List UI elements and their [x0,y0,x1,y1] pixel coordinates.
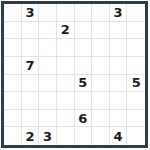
cell-r4c4[interactable] [57,57,75,75]
puzzle-board: 3327556234 [1,1,148,148]
cell-r1c4[interactable] [57,4,75,22]
cell-r5c7[interactable] [110,75,128,93]
cell-r1c7[interactable]: 3 [110,4,128,22]
clue-r1c2: 3 [25,6,34,19]
cell-r2c5[interactable] [75,22,93,40]
cell-r2c6[interactable] [92,22,110,40]
cell-r6c8[interactable] [127,92,145,110]
cell-r6c3[interactable] [39,92,57,110]
cell-r3c7[interactable] [110,39,128,57]
cell-r4c2[interactable]: 7 [22,57,40,75]
cell-r3c5[interactable] [75,39,93,57]
clue-r1c7: 3 [114,6,123,19]
cell-r4c3[interactable] [39,57,57,75]
cell-r8c4[interactable] [57,127,75,145]
cell-r8c3[interactable]: 3 [39,127,57,145]
cell-r5c8[interactable]: 5 [127,75,145,93]
cell-r4c5[interactable] [75,57,93,75]
cell-r7c6[interactable] [92,110,110,128]
cell-r5c6[interactable] [92,75,110,93]
cell-r3c1[interactable] [4,39,22,57]
cell-r5c4[interactable] [57,75,75,93]
clue-r2c4: 2 [61,23,70,36]
cell-r2c1[interactable] [4,22,22,40]
cell-r8c8[interactable] [127,127,145,145]
clue-r8c2: 2 [25,130,34,143]
cell-r4c1[interactable] [4,57,22,75]
cell-r2c8[interactable] [127,22,145,40]
cell-r1c8[interactable] [127,4,145,22]
cell-r8c6[interactable] [92,127,110,145]
cell-r6c7[interactable] [110,92,128,110]
clue-r5c5: 5 [78,76,87,89]
cell-r1c1[interactable] [4,4,22,22]
cell-r5c5[interactable]: 5 [75,75,93,93]
cell-r4c6[interactable] [92,57,110,75]
cell-r5c1[interactable] [4,75,22,93]
cell-r8c5[interactable] [75,127,93,145]
cell-r8c7[interactable]: 4 [110,127,128,145]
cell-r4c7[interactable] [110,57,128,75]
cell-r7c4[interactable] [57,110,75,128]
cell-r3c6[interactable] [92,39,110,57]
cell-r7c8[interactable] [127,110,145,128]
cell-r1c6[interactable] [92,4,110,22]
cell-r7c1[interactable] [4,110,22,128]
cell-r6c2[interactable] [22,92,40,110]
cell-r6c5[interactable] [75,92,93,110]
cell-r3c4[interactable] [57,39,75,57]
cell-r2c3[interactable] [39,22,57,40]
cell-r2c7[interactable] [110,22,128,40]
clue-r4c2: 7 [25,59,34,72]
cell-r8c1[interactable] [4,127,22,145]
cell-r6c1[interactable] [4,92,22,110]
cell-r1c2[interactable]: 3 [22,4,40,22]
cell-r5c3[interactable] [39,75,57,93]
cell-r1c3[interactable] [39,4,57,22]
cell-r3c2[interactable] [22,39,40,57]
cell-r8c2[interactable]: 2 [22,127,40,145]
cell-r7c3[interactable] [39,110,57,128]
cell-r6c4[interactable] [57,92,75,110]
cell-r7c7[interactable] [110,110,128,128]
cell-r3c8[interactable] [127,39,145,57]
cell-r4c8[interactable] [127,57,145,75]
clue-r8c7: 4 [114,130,123,143]
cell-r5c2[interactable] [22,75,40,93]
cell-r3c3[interactable] [39,39,57,57]
cell-r7c2[interactable] [22,110,40,128]
cell-r6c6[interactable] [92,92,110,110]
cell-r7c5[interactable]: 6 [75,110,93,128]
clue-r5c8: 5 [132,76,141,89]
clue-r7c5: 6 [78,112,87,125]
clue-r8c3: 3 [43,130,52,143]
cell-r2c2[interactable] [22,22,40,40]
cell-r1c5[interactable] [75,4,93,22]
cell-r2c4[interactable]: 2 [57,22,75,40]
